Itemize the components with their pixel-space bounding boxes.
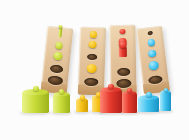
green-cylinder-knob xyxy=(55,42,63,49)
red-medium-loose-cylinder xyxy=(122,92,137,113)
empty-socket xyxy=(147,31,152,36)
empty-socket xyxy=(84,78,98,86)
blue-cylinder-knob xyxy=(147,39,155,46)
yellow-loose-knob xyxy=(80,95,85,100)
cylinder-body xyxy=(53,93,70,113)
blue-cylinder-knob xyxy=(148,49,157,57)
green-block xyxy=(41,26,74,94)
red-large-loose-cylinder xyxy=(100,88,122,113)
yellow-cylinder-knob xyxy=(88,40,96,48)
red-cylinder-knob xyxy=(119,41,127,48)
empty-socket xyxy=(87,54,97,60)
red-loose-knob xyxy=(127,88,132,93)
blue-block xyxy=(136,26,170,95)
green-loose-knob xyxy=(59,89,64,94)
green-cylinder-stem xyxy=(58,28,62,37)
green-medium-loose-cylinder xyxy=(53,93,70,113)
blue-cylinder-knob xyxy=(148,60,159,70)
blue-wide-loose-cylinder xyxy=(138,96,159,112)
blue-small-loose-cylinder xyxy=(160,91,171,111)
green-cylinder-knob xyxy=(52,52,62,61)
red-cylinder-stem xyxy=(119,47,127,57)
yellow-small-loose-cylinder xyxy=(76,99,88,112)
green-loose-knob xyxy=(33,86,39,92)
red-loose-knob xyxy=(108,84,114,90)
empty-socket xyxy=(116,78,131,87)
cylinder-body xyxy=(160,91,171,111)
yellow-cylinder-knob xyxy=(87,63,97,73)
red-cylinder-knob xyxy=(119,29,125,35)
yellow-block xyxy=(78,27,106,96)
blue-loose-knob xyxy=(164,88,168,92)
empty-socket xyxy=(49,64,63,73)
blue-loose-knob xyxy=(146,92,152,98)
yellow-cylinder-knob xyxy=(89,31,96,38)
toy-photo xyxy=(0,0,189,140)
cylinder-body xyxy=(122,92,137,113)
empty-socket xyxy=(117,68,130,76)
green-large-loose-cylinder xyxy=(22,90,49,113)
